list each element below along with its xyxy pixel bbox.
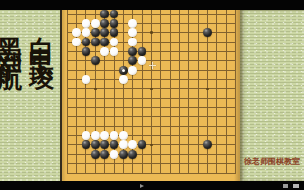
black-stone [110, 28, 119, 37]
black-stone [128, 150, 137, 159]
black-stone [91, 56, 100, 65]
black-stone [100, 150, 109, 159]
black-stone [119, 66, 128, 75]
black-stone [138, 140, 147, 149]
white-player-column: 白申旻埈 [29, 17, 54, 53]
white-stone [82, 28, 91, 37]
white-stone [128, 19, 137, 28]
black-stone [128, 56, 137, 65]
black-stone [203, 28, 212, 37]
white-stone [91, 19, 100, 28]
white-stone [72, 28, 81, 37]
board-stones [67, 10, 235, 173]
black-stone [82, 140, 91, 149]
black-player-column: 黑刘宇航 [0, 17, 22, 53]
black-stone [91, 38, 100, 47]
black-stone [138, 47, 147, 56]
fullscreen-icon[interactable] [293, 184, 299, 188]
volume-icon[interactable] [140, 184, 144, 188]
white-stone [110, 150, 119, 159]
white-stone [128, 38, 137, 47]
white-stone [82, 131, 91, 140]
quality-icon[interactable] [283, 184, 288, 188]
black-stone [100, 19, 109, 28]
go-board[interactable] [62, 10, 240, 181]
black-stone [82, 38, 91, 47]
black-stone [119, 150, 128, 159]
white-stone [110, 38, 119, 47]
players-panel: 黑刘宇航 白申旻埈 [0, 10, 62, 181]
black-stone [100, 38, 109, 47]
cursor-cross-marker [149, 62, 156, 69]
player-bar[interactable] [0, 181, 304, 190]
black-stone [82, 47, 91, 56]
black-stone [100, 28, 109, 37]
black-stone [100, 10, 109, 18]
white-stone [100, 47, 109, 56]
black-stone [110, 10, 119, 18]
white-stone [82, 75, 91, 84]
white-stone [110, 131, 119, 140]
white-stone [100, 131, 109, 140]
white-stone [128, 66, 137, 75]
black-stone [91, 28, 100, 37]
black-stone [110, 140, 119, 149]
black-stone [100, 140, 109, 149]
white-stone [128, 28, 137, 37]
black-stone [203, 140, 212, 149]
white-stone [119, 131, 128, 140]
black-stone [91, 140, 100, 149]
white-stone [72, 38, 81, 47]
white-stone [91, 131, 100, 140]
video-frame: 黑刘宇航 白申旻埈 徐老师围棋教室 [0, 0, 304, 190]
black-stone [91, 150, 100, 159]
watermark-text: 徐老师围棋教室 [244, 156, 302, 167]
white-stone [119, 75, 128, 84]
white-stone [82, 19, 91, 28]
white-stone [128, 140, 137, 149]
white-stone [138, 56, 147, 65]
right-panel: 徐老师围棋教室 [240, 10, 304, 181]
letterbox-top [0, 0, 304, 10]
black-stone [110, 19, 119, 28]
white-stone [110, 47, 119, 56]
white-stone [119, 140, 128, 149]
black-stone [128, 47, 137, 56]
